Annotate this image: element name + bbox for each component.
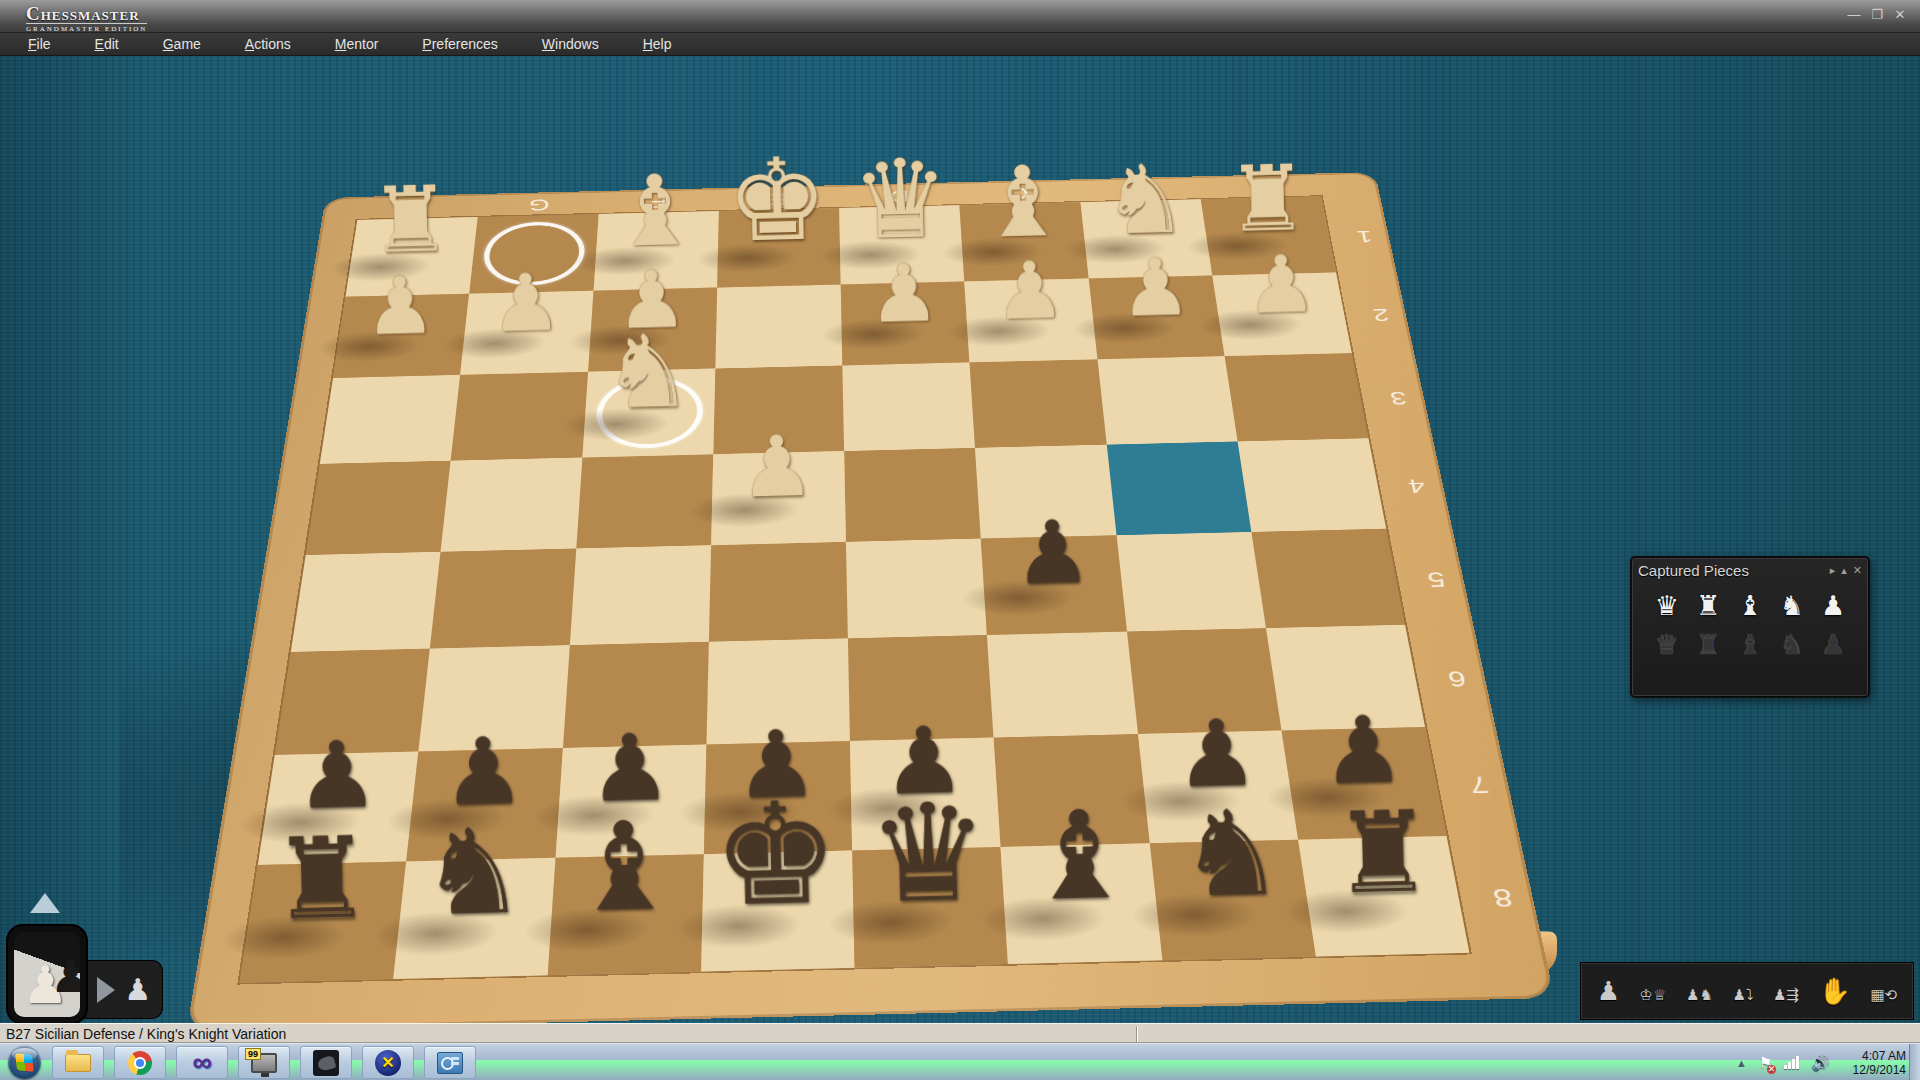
menu-item-help[interactable]: Help <box>643 36 672 52</box>
white-bishop-c1[interactable]: ♝ <box>978 152 1068 252</box>
square-d8[interactable]: ♛ <box>852 847 1008 968</box>
black-pawn-a7[interactable]: ♟ <box>1321 702 1406 796</box>
play-arrow-icon[interactable] <box>97 977 115 1003</box>
scroll-up-arrow-icon[interactable] <box>30 893 60 913</box>
black-bishop-f8[interactable]: ♝ <box>569 805 681 929</box>
taskbar-clock[interactable]: 4:07 AM 12/9/2014 <box>1853 1044 1906 1080</box>
pawn-multi-arrows-icon[interactable]: ♟⇶ <box>1773 976 1799 1006</box>
square-c3[interactable] <box>970 359 1107 448</box>
black-bishop-c8[interactable]: ♝ <box>1024 794 1136 918</box>
set-preview-controls[interactable]: ♟ <box>86 961 162 1018</box>
square-e1[interactable]: ♚E <box>717 208 841 288</box>
flip-board-icon[interactable]: ▦⟲ <box>1870 976 1897 1006</box>
close-button[interactable]: ✕ <box>1892 7 1908 22</box>
rank-label-6: 6 <box>1446 666 1469 692</box>
captured-close-icon[interactable]: ✕ <box>1853 564 1862 577</box>
chrome-icon <box>128 1051 152 1075</box>
captured-black-rook-icon: ♜ <box>1696 630 1720 660</box>
captured-window-title: Captured Pieces <box>1638 562 1824 579</box>
menu-item-game[interactable]: Game <box>163 36 201 52</box>
volume-icon[interactable]: 🔊 <box>1811 1054 1830 1072</box>
x-orb-icon: ✕ <box>375 1050 401 1076</box>
white-pawn-d2[interactable]: ♟ <box>867 253 940 334</box>
menu-item-preferences[interactable]: Preferences <box>422 36 498 52</box>
square-d5[interactable] <box>846 539 987 639</box>
captured-black-queen-icon: ♛ <box>1655 630 1679 660</box>
square-h5[interactable] <box>291 552 441 652</box>
captured-black-bishop-icon: ♝ <box>1738 630 1762 660</box>
black-pawn-c5[interactable]: ♟ <box>1013 508 1093 596</box>
square-h4[interactable] <box>306 461 451 555</box>
menu-item-mentor[interactable]: Mentor <box>335 36 379 52</box>
square-c5[interactable]: ♟ <box>981 535 1126 635</box>
square-g5[interactable] <box>430 548 576 648</box>
square-b5[interactable] <box>1116 532 1266 632</box>
black-rook-h8[interactable]: ♜ <box>270 822 373 937</box>
rank-label-3: 3 <box>1389 387 1409 409</box>
black-pawn-h7[interactable]: ♟ <box>294 727 379 821</box>
menu-item-edit[interactable]: Edit <box>95 36 119 52</box>
taskbar-xorb-button[interactable]: ✕ <box>362 1046 414 1079</box>
rank-label-2: 2 <box>1372 305 1392 326</box>
square-h8[interactable]: ♜ <box>240 861 407 982</box>
opening-name-text: B27 Sicilian Defense / King's Knight Var… <box>0 1026 1136 1042</box>
pawn-redo-arrow-icon[interactable]: ♟⤵ <box>1732 976 1753 1006</box>
white-queen-d1[interactable]: ♛ <box>850 144 950 255</box>
square-f4[interactable] <box>576 454 713 548</box>
pawn-figure-icon[interactable]: ♟ <box>125 972 152 1007</box>
square-a5[interactable]: 5 <box>1251 529 1405 628</box>
system-tray: ▲ ⚑ 🔊 <box>1736 1044 1830 1080</box>
folder-icon <box>65 1054 91 1072</box>
white-pawn-b2[interactable]: ♟ <box>1119 246 1192 327</box>
action-center-flag-icon[interactable]: ⚑ <box>1759 1054 1772 1072</box>
taskbar-monitor-button[interactable]: 99 <box>238 1046 290 1079</box>
logo-sub-text: GRANDMASTER EDITION <box>26 23 147 33</box>
square-f8[interactable]: ♝ <box>547 854 703 975</box>
logo-main-text: Chessmaster <box>26 3 147 25</box>
rank-label-5: 5 <box>1426 567 1448 592</box>
taskbar-chrome-button[interactable] <box>114 1046 166 1079</box>
captured-expand-icon[interactable]: ▸ <box>1830 564 1836 577</box>
menu-item-windows[interactable]: Windows <box>542 36 599 52</box>
square-d3[interactable] <box>842 362 975 451</box>
white-knight-f3[interactable]: ♞ <box>601 321 694 424</box>
rank-label-7: 7 <box>1468 771 1492 799</box>
square-b4[interactable] <box>1106 441 1251 535</box>
rank-label-8: 8 <box>1491 883 1516 913</box>
square-a4[interactable]: 4 <box>1237 438 1386 532</box>
start-button[interactable] <box>8 1046 41 1079</box>
windows-taskbar: ∞ 99 ✕ ▲ ⚑ 🔊 4:07 AM 12/9/2014 <box>0 1043 1920 1080</box>
square-b3[interactable] <box>1097 356 1237 445</box>
network-signal-icon[interactable] <box>1784 1056 1799 1069</box>
square-a8[interactable]: ♜8 <box>1298 836 1469 956</box>
white-bishop-f1[interactable]: ♝ <box>610 161 700 261</box>
square-e4[interactable]: ♟ <box>711 451 846 545</box>
white-king-e1[interactable]: ♚ <box>725 142 829 258</box>
title-bar <box>0 0 1920 33</box>
board-scene: ♜HG♝F♚E♛D♝C♞B♜A1♟♟♟♟♟♟♟2♞3♟4♟56♟♟♟♟♟♟♟7♜… <box>0 0 1920 1080</box>
rank-label-1: 1 <box>1355 227 1374 247</box>
captured-pieces-window[interactable]: Captured Pieces ▸ ▴ ✕ ♛♜♝♞♟ ♛♜♝♞♟ <box>1630 556 1870 698</box>
captured-black-pawn-icon: ♟ <box>1821 630 1845 660</box>
captured-window-titlebar[interactable]: Captured Pieces ▸ ▴ ✕ <box>1632 558 1868 582</box>
captured-white-row: ♛♜♝♞♟ <box>1632 591 1868 621</box>
show-desktop-button[interactable] <box>1909 1044 1920 1080</box>
white-pawn-g2[interactable]: ♟ <box>489 262 562 343</box>
game-toolbar: ♟♔♕♟♞♟⤵♟⇶✋▦⟲ <box>1580 962 1914 1020</box>
black-king-e8[interactable]: ♚ <box>712 782 841 925</box>
taskbar-infinity-button[interactable]: ∞ <box>176 1046 228 1079</box>
board-grid[interactable]: ♜HG♝F♚E♛D♝C♞B♜A1♟♟♟♟♟♟♟2♞3♟4♟56♟♟♟♟♟♟♟7♜… <box>240 196 1470 982</box>
square-g4[interactable] <box>441 457 582 551</box>
square-a2[interactable]: ♟2 <box>1212 272 1352 356</box>
menu-item-file[interactable]: File <box>28 36 51 52</box>
white-knight-b1[interactable]: ♞ <box>1101 151 1189 248</box>
captured-white-pawn-icon: ♟ <box>1821 591 1845 621</box>
square-f5[interactable] <box>569 545 711 645</box>
chess-board[interactable]: ♜HG♝F♚E♛D♝C♞B♜A1♟♟♟♟♟♟♟2♞3♟4♟56♟♟♟♟♟♟♟7♜… <box>186 172 1554 1031</box>
white-pawn-e4[interactable]: ♟ <box>739 424 816 510</box>
square-a3[interactable]: 3 <box>1224 353 1368 441</box>
kings-frames-icon[interactable]: ♔♕ <box>1640 976 1667 1006</box>
taskbar-explorer-button[interactable] <box>52 1046 104 1079</box>
panther-icon <box>313 1050 339 1076</box>
white-pawn-c2[interactable]: ♟ <box>993 250 1066 331</box>
minimize-button[interactable]: — <box>1846 7 1862 22</box>
file-label-g: G <box>528 195 550 214</box>
set-preview-photo: ♟ ♟ <box>14 932 80 1017</box>
black-pawn-preview-icon: ♟ <box>50 949 80 1003</box>
black-queen-d8[interactable]: ♛ <box>866 784 990 922</box>
window-controls: — ❐ ✕ <box>1846 7 1908 22</box>
square-h3[interactable] <box>320 375 461 464</box>
square-f3[interactable]: ♞ <box>582 369 715 458</box>
rank-label-4: 4 <box>1407 475 1428 498</box>
captured-black-knight-icon: ♞ <box>1779 630 1803 660</box>
maximize-button[interactable]: ❐ <box>1869 7 1885 22</box>
infinity-icon: ∞ <box>192 1049 211 1076</box>
black-knight-b8[interactable]: ♞ <box>1177 794 1285 914</box>
status-bar-divider <box>1136 1026 1138 1042</box>
square-d4[interactable] <box>844 448 981 542</box>
white-pawn-a2[interactable]: ♟ <box>1245 243 1318 324</box>
black-rook-a8[interactable]: ♜ <box>1332 796 1435 911</box>
square-e8[interactable]: ♚ <box>701 851 855 972</box>
clock-time: 4:07 AM <box>1862 1049 1906 1063</box>
taskbar-settings-button[interactable] <box>424 1046 476 1079</box>
white-rook-h1[interactable]: ♜ <box>369 174 452 267</box>
tray-expand-icon[interactable]: ▲ <box>1736 1057 1747 1069</box>
piece-pile-icon[interactable]: ♟♞ <box>1686 976 1713 1006</box>
settings-tile-icon <box>437 1052 463 1074</box>
captured-white-bishop-icon: ♝ <box>1738 591 1762 621</box>
white-pawn-h2[interactable]: ♟ <box>363 265 436 346</box>
status-bar: B27 Sicilian Defense / King's Knight Var… <box>0 1023 1920 1043</box>
orb-gloss <box>12 1048 37 1061</box>
white-rook-a1[interactable]: ♜ <box>1226 153 1309 246</box>
captured-collapse-icon[interactable]: ▴ <box>1841 564 1847 577</box>
menu-item-actions[interactable]: Actions <box>245 36 291 52</box>
badge-99: 99 <box>245 1048 261 1060</box>
taskbar-panther-button[interactable] <box>300 1046 352 1079</box>
hand-stop-icon[interactable]: ✋ <box>1818 976 1850 1006</box>
captured-white-rook-icon: ♜ <box>1696 591 1720 621</box>
square-e5[interactable] <box>709 542 848 642</box>
captured-black-row: ♛♜♝♞♟ <box>1632 630 1868 660</box>
captured-white-knight-icon: ♞ <box>1779 591 1803 621</box>
chess-set-preview-tile[interactable]: ♟ ♟ <box>8 926 86 1023</box>
menu-bar: FileEditGameActionsMentorPreferencesWind… <box>0 33 1920 56</box>
pawn-setup-icon[interactable]: ♟ <box>1597 976 1620 1006</box>
captured-white-queen-icon: ♛ <box>1655 591 1679 621</box>
chessmaster-logo: Chessmaster GRANDMASTER EDITION <box>26 3 147 33</box>
square-c6[interactable] <box>987 632 1137 738</box>
clock-date: 12/9/2014 <box>1853 1063 1906 1077</box>
black-knight-g8[interactable]: ♞ <box>419 812 527 932</box>
